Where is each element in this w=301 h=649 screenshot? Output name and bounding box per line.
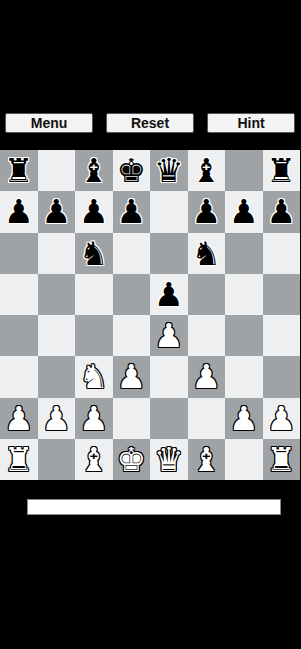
square-h1[interactable]: ♜ [263, 439, 301, 480]
reset-button[interactable]: Reset [106, 113, 194, 133]
piece-black-bishop[interactable]: ♝ [191, 154, 221, 187]
piece-white-rook[interactable]: ♜ [4, 443, 34, 476]
square-g6[interactable] [225, 233, 263, 274]
piece-black-knight[interactable]: ♞ [79, 237, 109, 270]
square-b7[interactable]: ♟ [38, 191, 76, 232]
piece-black-rook[interactable]: ♜ [266, 154, 296, 187]
toolbar: Menu Reset Hint [5, 113, 295, 133]
piece-white-pawn[interactable]: ♟ [266, 402, 296, 435]
square-g2[interactable]: ♟ [225, 398, 263, 439]
piece-black-bishop[interactable]: ♝ [79, 154, 109, 187]
square-b2[interactable]: ♟ [38, 398, 76, 439]
square-a5[interactable] [0, 274, 38, 315]
hint-button[interactable]: Hint [207, 113, 295, 133]
piece-black-pawn[interactable]: ♟ [191, 195, 221, 228]
square-b3[interactable] [38, 356, 76, 397]
square-g4[interactable] [225, 315, 263, 356]
square-c4[interactable] [75, 315, 113, 356]
piece-black-pawn[interactable]: ♟ [116, 195, 146, 228]
square-e3[interactable] [150, 356, 188, 397]
square-e5[interactable]: ♟ [150, 274, 188, 315]
square-b1[interactable] [38, 439, 76, 480]
piece-black-queen[interactable]: ♛ [154, 154, 184, 187]
square-a8[interactable]: ♜ [0, 150, 38, 191]
square-a4[interactable] [0, 315, 38, 356]
square-d2[interactable] [113, 398, 151, 439]
square-g8[interactable] [225, 150, 263, 191]
square-c2[interactable]: ♟ [75, 398, 113, 439]
piece-white-queen[interactable]: ♛ [154, 443, 184, 476]
square-a1[interactable]: ♜ [0, 439, 38, 480]
square-f4[interactable] [188, 315, 226, 356]
piece-black-pawn[interactable]: ♟ [79, 195, 109, 228]
square-a7[interactable]: ♟ [0, 191, 38, 232]
piece-white-rook[interactable]: ♜ [266, 443, 296, 476]
square-f8[interactable]: ♝ [188, 150, 226, 191]
piece-white-pawn[interactable]: ♟ [41, 402, 71, 435]
piece-white-pawn[interactable]: ♟ [191, 360, 221, 393]
piece-black-knight[interactable]: ♞ [191, 237, 221, 270]
square-d5[interactable] [113, 274, 151, 315]
square-c1[interactable]: ♝ [75, 439, 113, 480]
piece-black-pawn[interactable]: ♟ [4, 195, 34, 228]
square-c3[interactable]: ♞ [75, 356, 113, 397]
square-h3[interactable] [263, 356, 301, 397]
piece-black-king[interactable]: ♚ [116, 154, 146, 187]
piece-white-pawn[interactable]: ♟ [116, 360, 146, 393]
piece-black-pawn[interactable]: ♟ [266, 195, 296, 228]
square-h2[interactable]: ♟ [263, 398, 301, 439]
square-c7[interactable]: ♟ [75, 191, 113, 232]
square-h6[interactable] [263, 233, 301, 274]
square-e4[interactable]: ♟ [150, 315, 188, 356]
piece-white-pawn[interactable]: ♟ [229, 402, 259, 435]
piece-white-bishop[interactable]: ♝ [191, 443, 221, 476]
app-screen: Menu Reset Hint ♜♝♚♛♝♜♟♟♟♟♟♟♟♞♞♟♟♞♟♟♟♟♟♟… [0, 0, 300, 649]
square-g5[interactable] [225, 274, 263, 315]
square-d1[interactable]: ♚ [113, 439, 151, 480]
square-e8[interactable]: ♛ [150, 150, 188, 191]
status-bar [27, 499, 281, 515]
square-d8[interactable]: ♚ [113, 150, 151, 191]
square-b4[interactable] [38, 315, 76, 356]
piece-white-pawn[interactable]: ♟ [154, 319, 184, 352]
square-f6[interactable]: ♞ [188, 233, 226, 274]
square-d4[interactable] [113, 315, 151, 356]
square-f7[interactable]: ♟ [188, 191, 226, 232]
piece-black-pawn[interactable]: ♟ [229, 195, 259, 228]
piece-white-pawn[interactable]: ♟ [4, 402, 34, 435]
square-f1[interactable]: ♝ [188, 439, 226, 480]
square-a2[interactable]: ♟ [0, 398, 38, 439]
square-g3[interactable] [225, 356, 263, 397]
piece-black-pawn[interactable]: ♟ [154, 278, 184, 311]
square-f5[interactable] [188, 274, 226, 315]
square-h5[interactable] [263, 274, 301, 315]
square-c5[interactable] [75, 274, 113, 315]
square-d7[interactable]: ♟ [113, 191, 151, 232]
square-h8[interactable]: ♜ [263, 150, 301, 191]
square-a6[interactable] [0, 233, 38, 274]
piece-black-rook[interactable]: ♜ [4, 154, 34, 187]
square-e2[interactable] [150, 398, 188, 439]
square-g1[interactable] [225, 439, 263, 480]
square-h4[interactable] [263, 315, 301, 356]
piece-white-king[interactable]: ♚ [116, 443, 146, 476]
square-c8[interactable]: ♝ [75, 150, 113, 191]
square-e7[interactable] [150, 191, 188, 232]
square-a3[interactable] [0, 356, 38, 397]
square-d3[interactable]: ♟ [113, 356, 151, 397]
piece-white-pawn[interactable]: ♟ [79, 402, 109, 435]
piece-white-bishop[interactable]: ♝ [79, 443, 109, 476]
square-e6[interactable] [150, 233, 188, 274]
square-e1[interactable]: ♛ [150, 439, 188, 480]
square-b5[interactable] [38, 274, 76, 315]
menu-button[interactable]: Menu [5, 113, 93, 133]
piece-white-knight[interactable]: ♞ [79, 360, 109, 393]
square-c6[interactable]: ♞ [75, 233, 113, 274]
piece-black-pawn[interactable]: ♟ [41, 195, 71, 228]
square-b8[interactable] [38, 150, 76, 191]
square-b6[interactable] [38, 233, 76, 274]
square-f2[interactable] [188, 398, 226, 439]
square-d6[interactable] [113, 233, 151, 274]
square-h7[interactable]: ♟ [263, 191, 301, 232]
chess-board: ♜♝♚♛♝♜♟♟♟♟♟♟♟♞♞♟♟♞♟♟♟♟♟♟♟♜♝♚♛♝♜ [0, 150, 300, 480]
square-g7[interactable]: ♟ [225, 191, 263, 232]
square-f3[interactable]: ♟ [188, 356, 226, 397]
